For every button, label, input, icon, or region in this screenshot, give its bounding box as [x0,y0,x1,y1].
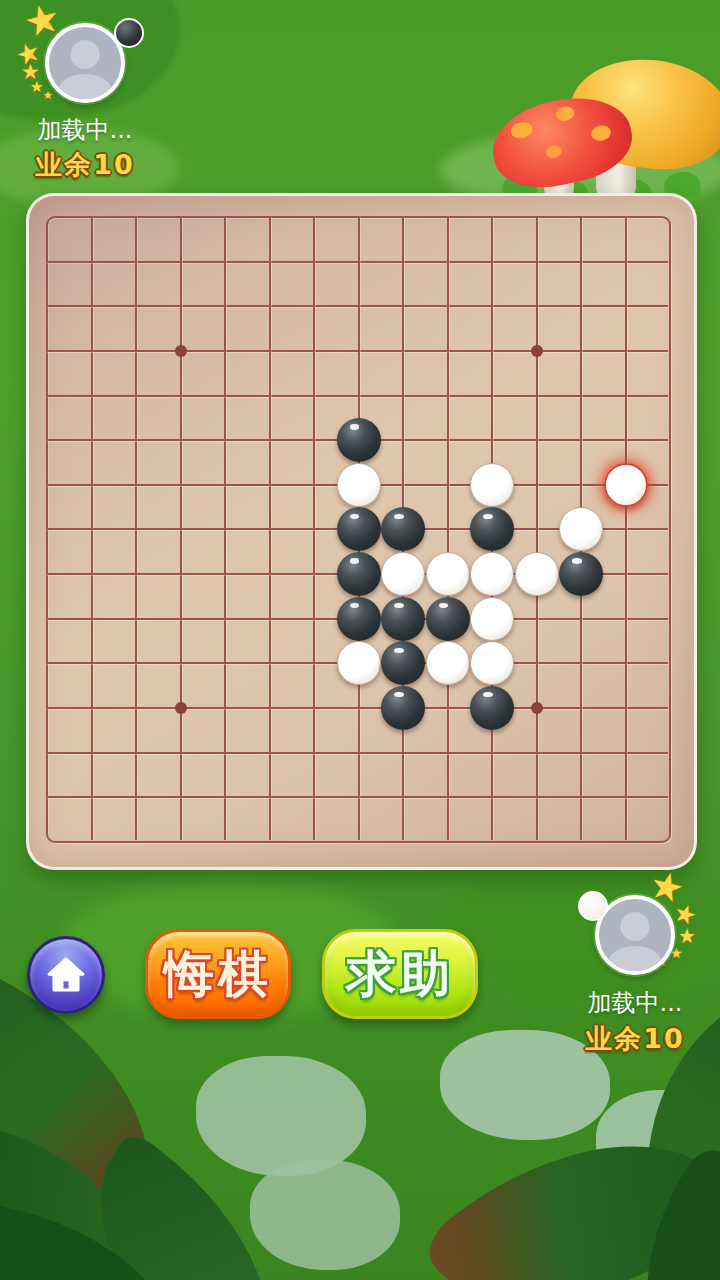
white-stone [470,463,514,507]
white-stone [337,463,381,507]
grid-line [536,217,538,840]
undo-button-label: 悔棋 [164,941,272,1008]
board-grid [29,196,694,867]
home-button[interactable] [27,936,105,1014]
white-stone [559,507,603,551]
grid-line [47,796,668,798]
help-button[interactable]: 求助 [322,929,478,1019]
grid-line [47,707,668,709]
grid-line [447,217,449,840]
white-stone [604,463,648,507]
white-stone [381,552,425,596]
black-stone [337,507,381,551]
white-stone [426,641,470,685]
white-stone [515,552,559,596]
black-stone [381,686,425,730]
rock-decoration [196,1056,366,1176]
black-stone [426,597,470,641]
white-stone [337,641,381,685]
help-button-label: 求助 [346,941,454,1008]
black-stone [470,507,514,551]
black-stone [337,552,381,596]
black-stone [381,641,425,685]
white-stone [470,597,514,641]
white-stone [470,641,514,685]
player-rank: 业余10 [12,147,158,183]
black-stone [559,552,603,596]
rock-decoration [250,1160,400,1270]
black-stone [337,597,381,641]
star-icon: ★ [43,90,53,101]
black-stone [381,597,425,641]
grid-line [625,217,627,840]
black-stone-badge [114,18,144,48]
black-stone [381,507,425,551]
grid-line [47,752,668,754]
avatar[interactable] [45,23,125,103]
star-point [531,345,543,357]
star-icon: ★ [30,80,43,95]
white-stone [470,552,514,596]
player-name: 加载中... [12,114,158,146]
game-screen: ★ ★ ★ ★ ★ 加载中... 业余10 ★ ★ ★ ★ ★ 加载中... 业… [0,0,720,1280]
black-stone [337,418,381,462]
star-point [175,345,187,357]
star-point [531,702,543,714]
undo-button[interactable]: 悔棋 [145,929,291,1019]
star-point [175,702,187,714]
star-icon: ★ [678,926,696,946]
player-name: 加载中... [562,987,708,1019]
black-stone [470,686,514,730]
player-rank: 业余10 [562,1021,708,1057]
home-icon [44,953,88,997]
mushroom-decoration [488,82,718,202]
white-stone-badge [578,891,608,921]
gomoku-board[interactable] [26,193,697,870]
white-stone [426,552,470,596]
